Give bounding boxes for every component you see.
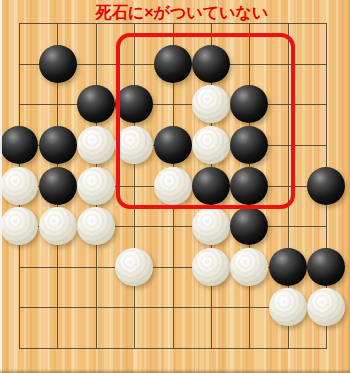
intersection-r8c3[interactable] [77, 287, 115, 328]
intersection-r8c5[interactable] [154, 287, 192, 328]
intersection-r9c3[interactable] [77, 328, 115, 369]
intersection-r7c9[interactable] [307, 246, 345, 287]
intersection-r5c3[interactable] [77, 165, 115, 206]
intersection-r6c4[interactable] [115, 206, 153, 247]
intersection-r3c4[interactable] [115, 84, 153, 125]
intersection-r6c3[interactable] [77, 206, 115, 247]
intersection-r4c3[interactable] [77, 125, 115, 166]
white-stone[interactable] [115, 248, 153, 286]
white-stone[interactable] [39, 207, 77, 245]
intersection-r1c2[interactable] [38, 3, 76, 44]
intersection-r9c2[interactable] [38, 328, 76, 369]
white-stone[interactable] [230, 248, 268, 286]
caption-text: 死石に×がついていない [96, 3, 268, 22]
intersection-r1c9[interactable] [307, 3, 345, 44]
intersection-r9c6[interactable] [192, 328, 230, 369]
intersection-r7c6[interactable] [192, 246, 230, 287]
black-stone[interactable] [307, 167, 345, 205]
intersection-r2c6[interactable] [192, 43, 230, 84]
intersection-r3c8[interactable] [269, 84, 307, 125]
black-stone[interactable] [230, 207, 268, 245]
black-stone[interactable] [77, 85, 115, 123]
intersection-r9c1[interactable] [0, 328, 38, 369]
intersection-r6c5[interactable] [154, 206, 192, 247]
intersection-r3c2[interactable] [38, 84, 76, 125]
intersection-r8c9[interactable] [307, 287, 345, 328]
white-stone[interactable] [192, 85, 230, 123]
white-stone[interactable] [77, 126, 115, 164]
intersection-r6c9[interactable] [307, 206, 345, 247]
white-stone[interactable] [269, 288, 307, 326]
white-stone[interactable] [307, 288, 345, 326]
intersection-r5c9[interactable] [307, 165, 345, 206]
black-stone[interactable] [307, 248, 345, 286]
intersection-r5c6[interactable] [192, 165, 230, 206]
intersection-r6c1[interactable] [0, 206, 38, 247]
white-stone[interactable] [0, 167, 38, 205]
intersection-r8c1[interactable] [0, 287, 38, 328]
intersection-r6c6[interactable] [192, 206, 230, 247]
white-stone[interactable] [77, 207, 115, 245]
intersection-r4c7[interactable] [230, 125, 268, 166]
intersection-r7c2[interactable] [38, 246, 76, 287]
intersection-r4c5[interactable] [154, 125, 192, 166]
intersection-r9c5[interactable] [154, 328, 192, 369]
black-stone[interactable] [39, 126, 77, 164]
intersection-r2c4[interactable] [115, 43, 153, 84]
intersection-r5c8[interactable] [269, 165, 307, 206]
intersection-r7c8[interactable] [269, 246, 307, 287]
intersection-r7c3[interactable] [77, 246, 115, 287]
intersection-r2c5[interactable] [154, 43, 192, 84]
intersection-r5c4[interactable] [115, 165, 153, 206]
black-stone[interactable] [230, 85, 268, 123]
intersection-r8c7[interactable] [230, 287, 268, 328]
intersection-r5c5[interactable] [154, 165, 192, 206]
intersection-r4c9[interactable] [307, 125, 345, 166]
black-stone[interactable] [115, 85, 153, 123]
black-stone[interactable] [230, 167, 268, 205]
intersection-r7c7[interactable] [230, 246, 268, 287]
white-stone[interactable] [77, 167, 115, 205]
black-stone[interactable] [0, 126, 38, 164]
intersection-r9c8[interactable] [269, 328, 307, 369]
black-stone[interactable] [154, 45, 192, 83]
intersection-r2c9[interactable] [307, 43, 345, 84]
intersection-r5c2[interactable] [38, 165, 76, 206]
white-stone[interactable] [192, 126, 230, 164]
intersection-r6c8[interactable] [269, 206, 307, 247]
intersection-r4c8[interactable] [269, 125, 307, 166]
black-stone[interactable] [192, 167, 230, 205]
go-board-screen: 死石に×がついていない [0, 0, 350, 373]
black-stone[interactable] [269, 248, 307, 286]
intersection-r2c2[interactable] [38, 43, 76, 84]
intersection-r4c6[interactable] [192, 125, 230, 166]
intersection-r7c4[interactable] [115, 246, 153, 287]
white-stone[interactable] [0, 207, 38, 245]
intersection-r3c3[interactable] [77, 84, 115, 125]
intersection-r3c7[interactable] [230, 84, 268, 125]
intersection-r8c8[interactable] [269, 287, 307, 328]
intersection-r2c8[interactable] [269, 43, 307, 84]
intersection-r5c7[interactable] [230, 165, 268, 206]
intersection-r8c4[interactable] [115, 287, 153, 328]
white-stone[interactable] [115, 126, 153, 164]
black-stone[interactable] [230, 126, 268, 164]
intersection-r6c2[interactable] [38, 206, 76, 247]
intersection-r4c4[interactable] [115, 125, 153, 166]
intersection-r9c4[interactable] [115, 328, 153, 369]
go-board[interactable] [0, 3, 345, 369]
black-stone[interactable] [39, 45, 77, 83]
intersection-r5c1[interactable] [0, 165, 38, 206]
intersection-r7c5[interactable] [154, 246, 192, 287]
black-stone[interactable] [192, 45, 230, 83]
intersection-r6c7[interactable] [230, 206, 268, 247]
intersection-r8c2[interactable] [38, 287, 76, 328]
white-stone[interactable] [192, 248, 230, 286]
intersection-r2c7[interactable] [230, 43, 268, 84]
intersection-r1c8[interactable] [269, 3, 307, 44]
intersection-r3c1[interactable] [0, 84, 38, 125]
intersection-r9c9[interactable] [307, 328, 345, 369]
intersection-r4c1[interactable] [0, 125, 38, 166]
intersection-r7c1[interactable] [0, 246, 38, 287]
intersection-r3c5[interactable] [154, 84, 192, 125]
intersection-r9c7[interactable] [230, 328, 268, 369]
intersection-r2c1[interactable] [0, 43, 38, 84]
white-stone[interactable] [154, 167, 192, 205]
intersection-r2c3[interactable] [77, 43, 115, 84]
intersection-r3c9[interactable] [307, 84, 345, 125]
intersection-r3c6[interactable] [192, 84, 230, 125]
intersection-r1c1[interactable] [0, 3, 38, 44]
intersection-r8c6[interactable] [192, 287, 230, 328]
black-stone[interactable] [39, 167, 77, 205]
intersection-r4c2[interactable] [38, 125, 76, 166]
white-stone[interactable] [192, 207, 230, 245]
black-stone[interactable] [154, 126, 192, 164]
